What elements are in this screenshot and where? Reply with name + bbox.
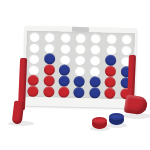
- board-grid: [25, 31, 135, 100]
- right-hook-foot: [124, 94, 149, 115]
- cell-r3c1[interactable]: [29, 53, 39, 63]
- cell-r2c7[interactable]: [122, 45, 132, 55]
- cell-r2c6[interactable]: [106, 44, 116, 54]
- cell-r4c3[interactable]: [59, 64, 70, 75]
- red-disc-top: [92, 117, 107, 124]
- cell-r3c2[interactable]: [44, 53, 55, 64]
- cell-r5c5[interactable]: [89, 76, 100, 87]
- cell-r1c1[interactable]: [29, 31, 39, 41]
- cell-r2c1[interactable]: [29, 42, 39, 52]
- loose-disc-blue[interactable]: [109, 113, 124, 125]
- cell-r3c4[interactable]: [75, 54, 85, 64]
- cell-r6c2[interactable]: [43, 86, 54, 97]
- cell-r2c5[interactable]: [91, 44, 101, 54]
- cell-r1c4[interactable]: [76, 32, 86, 42]
- cell-r2c4[interactable]: [75, 43, 85, 53]
- cell-r6c4[interactable]: [74, 87, 85, 98]
- cell-r4c2[interactable]: [43, 64, 54, 75]
- cell-r5c6[interactable]: [105, 77, 116, 88]
- cell-r1c2[interactable]: [45, 32, 55, 42]
- cell-r4c5[interactable]: [90, 66, 100, 76]
- cell-r4c4[interactable]: [75, 65, 85, 75]
- cell-r5c3[interactable]: [59, 75, 70, 86]
- cell-r1c7[interactable]: [122, 34, 132, 44]
- cell-r3c6[interactable]: [105, 55, 116, 66]
- cell-r1c6[interactable]: [106, 33, 116, 43]
- cell-r1c3[interactable]: [60, 32, 70, 42]
- cell-r2c3[interactable]: [60, 43, 70, 53]
- cell-r5c4[interactable]: [74, 76, 85, 87]
- cell-r4c6[interactable]: [105, 66, 116, 77]
- cell-r2c2[interactable]: [44, 43, 54, 53]
- cell-r6c6[interactable]: [105, 88, 116, 99]
- cell-r1c5[interactable]: [91, 33, 101, 43]
- cell-r6c3[interactable]: [58, 86, 69, 97]
- cell-r3c3[interactable]: [60, 54, 70, 64]
- blue-disc-top: [109, 113, 124, 120]
- loose-disc-red[interactable]: [92, 117, 107, 129]
- cell-r3c5[interactable]: [90, 55, 100, 65]
- board-face: [25, 31, 135, 100]
- cell-r4c1[interactable]: [29, 64, 39, 74]
- product-photo-scene: [0, 0, 150, 150]
- cell-r5c2[interactable]: [43, 75, 54, 86]
- cell-r5c1[interactable]: [28, 75, 39, 86]
- cell-r6c5[interactable]: [89, 87, 100, 98]
- cell-r6c1[interactable]: [27, 86, 38, 97]
- game-board-frame: [23, 26, 137, 109]
